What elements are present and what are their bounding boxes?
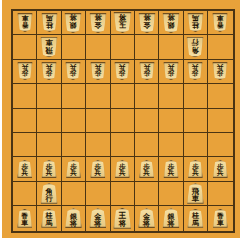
board-cell[interactable]	[111, 109, 135, 133]
piece-label: 歩兵	[46, 164, 53, 178]
piece-silver[interactable]: 銀将	[64, 13, 82, 33]
piece-pawn[interactable]: 歩兵	[139, 160, 155, 178]
board-cell[interactable]	[37, 84, 61, 108]
board-cell[interactable]: 歩兵	[37, 157, 61, 181]
board-cell[interactable]: 飛車	[37, 35, 61, 59]
board-cell[interactable]: 歩兵	[13, 157, 37, 181]
piece-pawn[interactable]: 歩兵	[212, 160, 228, 178]
piece-pawn[interactable]: 歩兵	[114, 62, 130, 80]
board-cell[interactable]: 歩兵	[184, 60, 208, 84]
piece-rook[interactable]: 飛車	[40, 37, 58, 58]
board-cell[interactable]: 銀将	[62, 11, 86, 35]
piece-label: 金将	[143, 213, 150, 229]
piece-pawn[interactable]: 歩兵	[187, 160, 203, 178]
board-cell[interactable]	[111, 84, 135, 108]
shogi-board[interactable]: 香車桂馬銀将金将玉将金将銀将桂馬香車飛車角行歩兵歩兵歩兵歩兵歩兵歩兵歩兵歩兵歩兵…	[11, 9, 235, 233]
board-cell[interactable]	[111, 182, 135, 206]
board-cell[interactable]: 金将	[135, 11, 159, 35]
piece-label: 歩兵	[119, 164, 126, 178]
board-cell[interactable]	[159, 84, 183, 108]
piece-pawn[interactable]: 歩兵	[90, 62, 106, 80]
piece-label: 桂馬	[46, 13, 53, 28]
board-cell[interactable]	[86, 182, 110, 206]
board-cell[interactable]	[13, 35, 37, 59]
board-cell[interactable]: 桂馬	[37, 11, 61, 35]
piece-label: 歩兵	[192, 164, 199, 178]
board-cell[interactable]	[13, 182, 37, 206]
board-cell[interactable]	[62, 182, 86, 206]
piece-label: 銀将	[167, 13, 174, 29]
piece-king[interactable]: 王将	[113, 208, 132, 229]
piece-label: 飛車	[45, 37, 52, 53]
piece-lance[interactable]: 香車	[212, 13, 228, 32]
piece-pawn[interactable]: 歩兵	[17, 160, 33, 178]
board-cell[interactable]: 香車	[13, 206, 37, 230]
piece-pawn[interactable]: 歩兵	[212, 62, 228, 80]
board-cell[interactable]	[86, 109, 110, 133]
piece-label: 歩兵	[217, 164, 224, 178]
piece-pawn[interactable]: 歩兵	[41, 62, 57, 80]
board-cell[interactable]: 角行	[37, 182, 61, 206]
piece-silver[interactable]: 銀将	[162, 208, 180, 228]
board-cell[interactable]	[208, 35, 232, 59]
board-cell[interactable]: 銀将	[159, 11, 183, 35]
board-cell[interactable]	[13, 109, 37, 133]
board-cell[interactable]: 王将	[111, 206, 135, 230]
piece-label: 歩兵	[95, 164, 102, 178]
board-cell[interactable]: 歩兵	[111, 60, 135, 84]
piece-pawn[interactable]: 歩兵	[114, 160, 130, 178]
piece-label: 桂馬	[192, 13, 199, 28]
piece-knight[interactable]: 桂馬	[41, 209, 58, 228]
board-cell[interactable]	[159, 133, 183, 157]
board-cell[interactable]: 玉将	[111, 11, 135, 35]
board-cell[interactable]	[86, 84, 110, 108]
board-cell[interactable]: 歩兵	[135, 60, 159, 84]
piece-label: 歩兵	[143, 164, 150, 178]
board-cell[interactable]: 歩兵	[13, 60, 37, 84]
piece-label: 歩兵	[192, 62, 199, 76]
board-cell[interactable]: 歩兵	[37, 60, 61, 84]
piece-label: 金将	[94, 13, 101, 29]
board-cell[interactable]: 歩兵	[208, 60, 232, 84]
piece-pawn[interactable]: 歩兵	[163, 62, 179, 80]
piece-king[interactable]: 玉将	[113, 12, 132, 33]
piece-label: 歩兵	[21, 164, 28, 178]
piece-lance[interactable]: 香車	[17, 13, 33, 32]
board-cell[interactable]: 金将	[86, 11, 110, 35]
shogi-board-panel: 香車桂馬銀将金将玉将金将銀将桂馬香車飛車角行歩兵歩兵歩兵歩兵歩兵歩兵歩兵歩兵歩兵…	[2, 0, 240, 238]
board-cell[interactable]	[184, 84, 208, 108]
piece-knight[interactable]: 桂馬	[41, 13, 58, 32]
piece-label: 金将	[143, 13, 150, 29]
board-cell[interactable]	[37, 133, 61, 157]
piece-label: 歩兵	[168, 62, 175, 76]
board-cell[interactable]	[208, 182, 232, 206]
piece-label: 玉将	[118, 12, 126, 28]
piece-silver[interactable]: 銀将	[162, 13, 180, 33]
board-cell[interactable]	[135, 182, 159, 206]
board-cell[interactable]	[62, 133, 86, 157]
board-cell[interactable]	[159, 35, 183, 59]
piece-label: 歩兵	[70, 62, 77, 76]
piece-pawn[interactable]: 歩兵	[65, 160, 81, 178]
piece-label: 桂馬	[46, 213, 53, 228]
piece-rook[interactable]: 飛車	[186, 183, 204, 204]
piece-bishop[interactable]: 角行	[40, 183, 58, 204]
piece-pawn[interactable]: 歩兵	[90, 160, 106, 178]
board-cell[interactable]	[208, 84, 232, 108]
piece-pawn[interactable]: 歩兵	[163, 160, 179, 178]
board-cell[interactable]: 角行	[184, 35, 208, 59]
piece-pawn[interactable]: 歩兵	[41, 160, 57, 178]
piece-bishop[interactable]: 角行	[186, 37, 204, 58]
piece-gold[interactable]: 金将	[89, 208, 107, 228]
board-cell[interactable]	[208, 109, 232, 133]
piece-label: 銀将	[167, 213, 174, 229]
board-cell[interactable]: 桂馬	[184, 206, 208, 230]
piece-silver[interactable]: 銀将	[64, 208, 82, 228]
piece-label: 王将	[118, 212, 126, 228]
piece-label: 歩兵	[143, 62, 150, 76]
board-cell[interactable]	[135, 109, 159, 133]
board-cell[interactable]	[184, 133, 208, 157]
piece-label: 金将	[94, 213, 101, 229]
piece-label: 香車	[217, 13, 224, 28]
piece-label: 角行	[45, 188, 52, 204]
board-cell[interactable]	[111, 35, 135, 59]
piece-pawn[interactable]: 歩兵	[17, 62, 33, 80]
board-cell[interactable]	[86, 35, 110, 59]
board-cell[interactable]: 香車	[13, 11, 37, 35]
piece-pawn[interactable]: 歩兵	[187, 62, 203, 80]
piece-knight[interactable]: 桂馬	[187, 209, 204, 228]
board-cell[interactable]: 飛車	[184, 182, 208, 206]
piece-label: 香車	[21, 213, 28, 228]
board-cell[interactable]: 歩兵	[86, 157, 110, 181]
piece-label: 香車	[21, 13, 28, 28]
board-cell[interactable]	[208, 133, 232, 157]
board-cell[interactable]: 歩兵	[208, 157, 232, 181]
board-cell[interactable]: 歩兵	[135, 157, 159, 181]
piece-label: 銀将	[70, 213, 77, 229]
screenshot-stage: 香車桂馬銀将金将玉将金将銀将桂馬香車飛車角行歩兵歩兵歩兵歩兵歩兵歩兵歩兵歩兵歩兵…	[0, 0, 240, 240]
board-cell[interactable]: 銀将	[62, 206, 86, 230]
board-cell[interactable]	[37, 109, 61, 133]
piece-lance[interactable]: 香車	[17, 209, 33, 228]
piece-label: 歩兵	[95, 62, 102, 76]
board-cell[interactable]: 香車	[208, 206, 232, 230]
piece-label: 桂馬	[192, 213, 199, 228]
board-cell[interactable]	[135, 133, 159, 157]
piece-label: 飛車	[192, 188, 199, 204]
board-cell[interactable]: 歩兵	[159, 60, 183, 84]
piece-gold[interactable]: 金将	[89, 13, 107, 33]
piece-gold[interactable]: 金将	[138, 13, 156, 33]
board-cell[interactable]	[159, 109, 183, 133]
board-cell[interactable]	[135, 84, 159, 108]
piece-label: 香車	[217, 213, 224, 228]
board-cell[interactable]: 銀将	[159, 206, 183, 230]
piece-label: 歩兵	[70, 164, 77, 178]
board-cell[interactable]	[13, 133, 37, 157]
piece-label: 歩兵	[119, 62, 126, 76]
piece-label: 歩兵	[21, 62, 28, 76]
board-cell[interactable]	[184, 109, 208, 133]
piece-label: 角行	[192, 37, 199, 53]
board-cell[interactable]: 歩兵	[159, 157, 183, 181]
board-cell[interactable]	[159, 182, 183, 206]
piece-knight[interactable]: 桂馬	[187, 13, 204, 32]
board-cell[interactable]	[111, 133, 135, 157]
piece-label: 歩兵	[46, 62, 53, 76]
board-cell[interactable]: 桂馬	[37, 206, 61, 230]
board-cell[interactable]	[13, 84, 37, 108]
piece-lance[interactable]: 香車	[212, 209, 228, 228]
board-cell[interactable]	[135, 35, 159, 59]
board-cell[interactable]: 桂馬	[184, 11, 208, 35]
piece-label: 銀将	[70, 13, 77, 29]
piece-label: 歩兵	[168, 164, 175, 178]
board-cell[interactable]	[62, 35, 86, 59]
board-cell[interactable]: 歩兵	[62, 157, 86, 181]
board-cell[interactable]: 金将	[135, 206, 159, 230]
board-cell[interactable]: 香車	[208, 11, 232, 35]
board-cell[interactable]	[62, 109, 86, 133]
board-cell[interactable]: 歩兵	[184, 157, 208, 181]
board-cell[interactable]	[62, 84, 86, 108]
piece-gold[interactable]: 金将	[138, 208, 156, 228]
piece-pawn[interactable]: 歩兵	[65, 62, 81, 80]
board-cell[interactable]: 金将	[86, 206, 110, 230]
board-cell[interactable]: 歩兵	[62, 60, 86, 84]
piece-pawn[interactable]: 歩兵	[139, 62, 155, 80]
piece-label: 歩兵	[217, 62, 224, 76]
board-cell[interactable]: 歩兵	[86, 60, 110, 84]
board-cell[interactable]: 歩兵	[111, 157, 135, 181]
board-cell[interactable]	[86, 133, 110, 157]
